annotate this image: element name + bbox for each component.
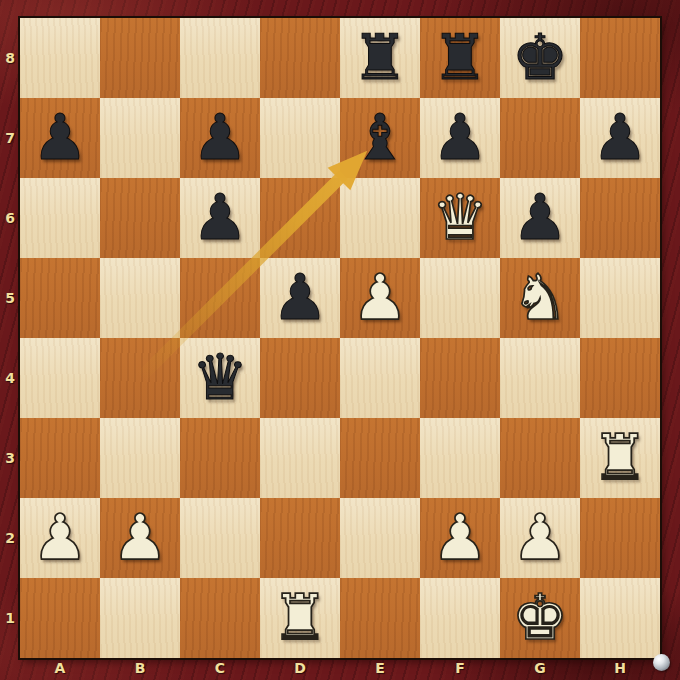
file-label-g: G xyxy=(500,657,580,680)
piece-black-queen-c4[interactable]: ♛ xyxy=(192,338,248,418)
square-b4[interactable] xyxy=(100,338,180,418)
file-label-d: D xyxy=(260,657,340,680)
square-b5[interactable] xyxy=(100,258,180,338)
square-h7[interactable]: ♟ xyxy=(580,98,660,178)
rank-label-1: 1 xyxy=(0,578,20,658)
square-d1[interactable]: ♜ xyxy=(260,578,340,658)
square-d2[interactable] xyxy=(260,498,340,578)
square-f3[interactable] xyxy=(420,418,500,498)
square-h6[interactable] xyxy=(580,178,660,258)
square-e1[interactable] xyxy=(340,578,420,658)
square-a5[interactable] xyxy=(20,258,100,338)
piece-white-pawn-g2[interactable]: ♟ xyxy=(512,498,568,578)
square-b8[interactable] xyxy=(100,18,180,98)
square-c6[interactable]: ♟ xyxy=(180,178,260,258)
square-c7[interactable]: ♟ xyxy=(180,98,260,178)
square-g3[interactable] xyxy=(500,418,580,498)
piece-white-pawn-a2[interactable]: ♟ xyxy=(32,498,88,578)
piece-black-pawn-f7[interactable]: ♟ xyxy=(432,98,488,178)
square-b3[interactable] xyxy=(100,418,180,498)
chessboard-widget: ♜♜♚♟♟♝♟♟♟♛♟♟♟♞♛♜♟♟♟♟♜♚ 87654321ABCDEFGH xyxy=(0,0,680,680)
rank-label-6: 6 xyxy=(0,178,20,258)
square-b6[interactable] xyxy=(100,178,180,258)
square-b1[interactable] xyxy=(100,578,180,658)
square-b7[interactable] xyxy=(100,98,180,178)
square-f8[interactable]: ♜ xyxy=(420,18,500,98)
square-d8[interactable] xyxy=(260,18,340,98)
square-d3[interactable] xyxy=(260,418,340,498)
square-e5[interactable]: ♟ xyxy=(340,258,420,338)
piece-black-pawn-a7[interactable]: ♟ xyxy=(32,98,88,178)
piece-white-pawn-b2[interactable]: ♟ xyxy=(112,498,168,578)
square-c3[interactable] xyxy=(180,418,260,498)
file-label-a: A xyxy=(20,657,100,680)
square-b2[interactable]: ♟ xyxy=(100,498,180,578)
piece-black-pawn-c6[interactable]: ♟ xyxy=(192,178,248,258)
piece-black-pawn-h7[interactable]: ♟ xyxy=(592,98,648,178)
square-e8[interactable]: ♜ xyxy=(340,18,420,98)
white-to-move-indicator xyxy=(653,654,670,671)
piece-white-pawn-f2[interactable]: ♟ xyxy=(432,498,488,578)
square-a4[interactable] xyxy=(20,338,100,418)
square-e2[interactable] xyxy=(340,498,420,578)
square-a8[interactable] xyxy=(20,18,100,98)
square-a7[interactable]: ♟ xyxy=(20,98,100,178)
piece-black-bishop-e7[interactable]: ♝ xyxy=(352,98,408,178)
square-f2[interactable]: ♟ xyxy=(420,498,500,578)
square-e3[interactable] xyxy=(340,418,420,498)
rank-label-7: 7 xyxy=(0,98,20,178)
square-h1[interactable] xyxy=(580,578,660,658)
square-h8[interactable] xyxy=(580,18,660,98)
rank-label-2: 2 xyxy=(0,498,20,578)
square-g7[interactable] xyxy=(500,98,580,178)
square-h3[interactable]: ♜ xyxy=(580,418,660,498)
square-c4[interactable]: ♛ xyxy=(180,338,260,418)
square-g4[interactable] xyxy=(500,338,580,418)
rank-label-4: 4 xyxy=(0,338,20,418)
square-c8[interactable] xyxy=(180,18,260,98)
piece-white-pawn-e5[interactable]: ♟ xyxy=(352,258,408,338)
square-f7[interactable]: ♟ xyxy=(420,98,500,178)
square-a6[interactable] xyxy=(20,178,100,258)
file-label-b: B xyxy=(100,657,180,680)
square-c5[interactable] xyxy=(180,258,260,338)
square-d4[interactable] xyxy=(260,338,340,418)
square-e7[interactable]: ♝ xyxy=(340,98,420,178)
rank-label-3: 3 xyxy=(0,418,20,498)
rank-label-5: 5 xyxy=(0,258,20,338)
square-g1[interactable]: ♚ xyxy=(500,578,580,658)
square-g5[interactable]: ♞ xyxy=(500,258,580,338)
piece-black-pawn-g6[interactable]: ♟ xyxy=(512,178,568,258)
square-d6[interactable] xyxy=(260,178,340,258)
square-g8[interactable]: ♚ xyxy=(500,18,580,98)
piece-white-king-g1[interactable]: ♚ xyxy=(512,578,568,658)
square-g2[interactable]: ♟ xyxy=(500,498,580,578)
square-d7[interactable] xyxy=(260,98,340,178)
square-f4[interactable] xyxy=(420,338,500,418)
square-a1[interactable] xyxy=(20,578,100,658)
piece-white-knight-g5[interactable]: ♞ xyxy=(512,258,568,338)
file-label-f: F xyxy=(420,657,500,680)
piece-black-pawn-d5[interactable]: ♟ xyxy=(272,258,328,338)
file-label-c: C xyxy=(180,657,260,680)
square-h4[interactable] xyxy=(580,338,660,418)
piece-black-king-g8[interactable]: ♚ xyxy=(512,18,568,98)
piece-black-rook-f8[interactable]: ♜ xyxy=(432,18,488,98)
square-e4[interactable] xyxy=(340,338,420,418)
piece-white-rook-d1[interactable]: ♜ xyxy=(272,578,328,658)
piece-black-rook-e8[interactable]: ♜ xyxy=(352,18,408,98)
piece-white-queen-f6[interactable]: ♛ xyxy=(432,178,488,258)
file-label-e: E xyxy=(340,657,420,680)
square-d5[interactable]: ♟ xyxy=(260,258,340,338)
square-g6[interactable]: ♟ xyxy=(500,178,580,258)
square-h5[interactable] xyxy=(580,258,660,338)
square-a3[interactable] xyxy=(20,418,100,498)
chess-board: ♜♜♚♟♟♝♟♟♟♛♟♟♟♞♛♜♟♟♟♟♜♚ xyxy=(20,18,660,658)
file-label-h: H xyxy=(580,657,660,680)
square-e6[interactable] xyxy=(340,178,420,258)
piece-white-rook-h3[interactable]: ♜ xyxy=(592,418,648,498)
square-c2[interactable] xyxy=(180,498,260,578)
square-f5[interactable] xyxy=(420,258,500,338)
square-c1[interactable] xyxy=(180,578,260,658)
square-h2[interactable] xyxy=(580,498,660,578)
square-f1[interactable] xyxy=(420,578,500,658)
piece-black-pawn-c7[interactable]: ♟ xyxy=(192,98,248,178)
square-a2[interactable]: ♟ xyxy=(20,498,100,578)
rank-label-8: 8 xyxy=(0,18,20,98)
square-f6[interactable]: ♛ xyxy=(420,178,500,258)
